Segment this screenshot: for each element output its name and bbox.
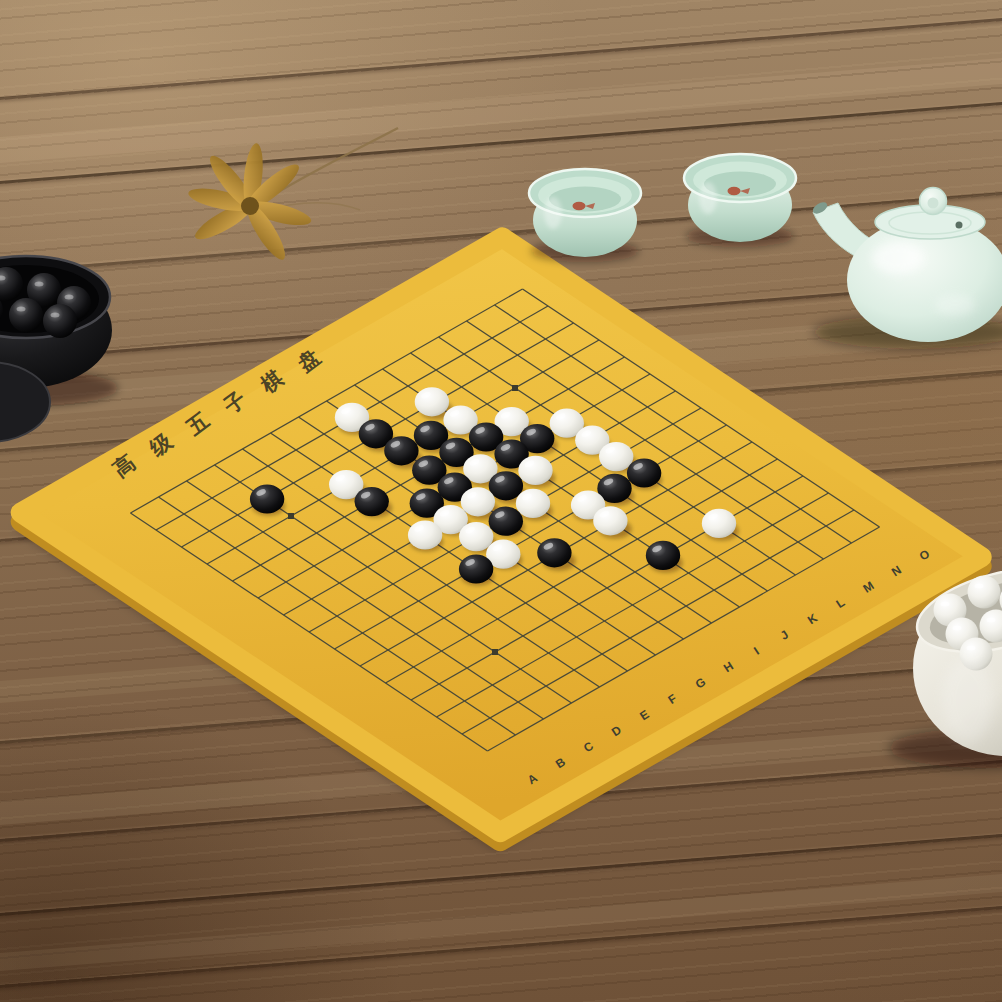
black-stone (489, 471, 523, 500)
teacup-1 (529, 169, 641, 262)
fish-motif (728, 187, 741, 195)
wood-table: ABCDEFGHIJKLMNO高级五子棋盘 (0, 0, 1002, 1002)
white-stone (408, 520, 442, 549)
star-point (492, 649, 498, 655)
white-stone (459, 522, 493, 551)
white-stone (516, 489, 550, 518)
black-stones-bowl (0, 256, 118, 442)
white-stone (461, 487, 495, 516)
bowl-black-stone (43, 304, 77, 338)
white-stone (518, 456, 552, 485)
lid-air-hole (956, 222, 963, 229)
white-stone (599, 442, 633, 471)
black-stone (537, 538, 571, 567)
dried-flower (187, 128, 398, 264)
black-stone (250, 484, 284, 513)
black-stone (646, 541, 680, 570)
white-stone (593, 506, 627, 535)
white-stone (702, 509, 736, 538)
black-stone (459, 554, 493, 583)
bowl-black-stone (9, 298, 43, 332)
bowl-white-stone (968, 576, 1001, 609)
star-point (288, 513, 294, 519)
black-stone (627, 458, 661, 487)
teacup-2 (684, 154, 796, 247)
scene: ABCDEFGHIJKLMNO高级五子棋盘 (0, 0, 1002, 1002)
black-stone (355, 487, 389, 516)
black-stone (384, 436, 418, 465)
star-point (512, 385, 518, 391)
teapot (811, 188, 1002, 350)
black-stone (489, 507, 523, 536)
fish-motif (573, 202, 586, 210)
white-stone (415, 387, 449, 416)
